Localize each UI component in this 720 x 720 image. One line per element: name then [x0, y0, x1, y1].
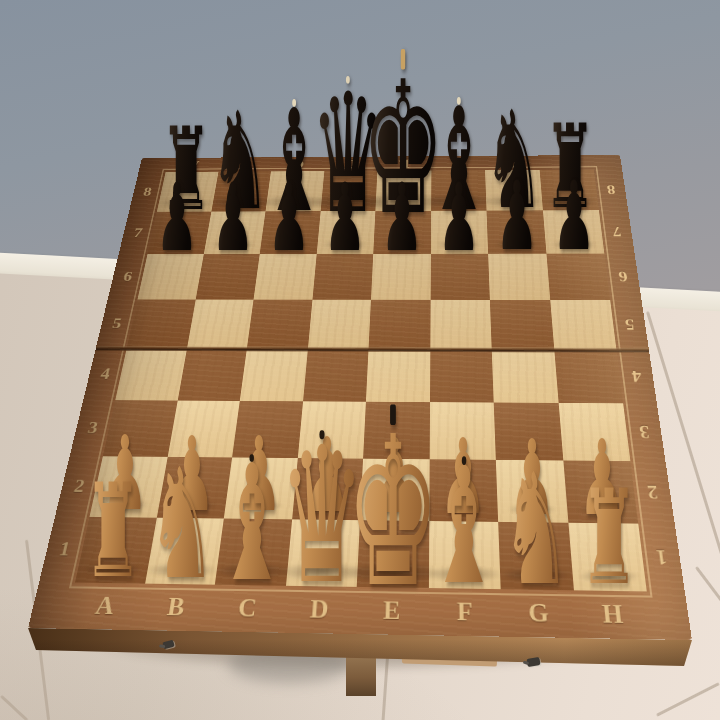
- piece-finial: [390, 404, 396, 425]
- rank-label: 4: [99, 364, 113, 383]
- square-e5[interactable]: [369, 300, 431, 349]
- rank-label: 6: [122, 268, 134, 285]
- rank-label: 2: [645, 480, 659, 503]
- square-h5[interactable]: [550, 300, 617, 350]
- rank-label: 4: [630, 366, 642, 386]
- piece-black-pawn-d7[interactable]: ♟: [324, 170, 366, 264]
- piece-finial: [249, 453, 253, 462]
- rank-label: 3: [637, 421, 650, 443]
- square-b4[interactable]: [177, 348, 247, 401]
- rank-label: 6: [617, 268, 628, 285]
- piece-finial: [320, 430, 325, 439]
- rank-label: 5: [623, 315, 635, 334]
- piece-black-pawn-g7[interactable]: ♟: [495, 169, 538, 264]
- square-h4[interactable]: [554, 350, 623, 404]
- rank-label: 1: [654, 545, 668, 570]
- piece-black-pawn-e7[interactable]: ♟: [381, 170, 423, 264]
- piece-black-pawn-c7[interactable]: ♟: [268, 170, 310, 264]
- piece-black-pawn-a7[interactable]: ♟: [156, 170, 198, 264]
- square-c5[interactable]: [247, 300, 312, 349]
- rank-label: 8: [606, 182, 616, 197]
- piece-white-knight-b1[interactable]: ♞: [147, 449, 216, 601]
- piece-finial: [292, 99, 296, 107]
- scene: ABCDEFGH ABCDEFGH 87654321 87654321 ♜♞♝♛…: [0, 0, 720, 720]
- square-c4[interactable]: [240, 348, 308, 401]
- piece-black-pawn-h7[interactable]: ♟: [553, 168, 596, 263]
- piece-finial: [401, 49, 406, 69]
- piece-white-king-e1[interactable]: ♚: [346, 408, 440, 615]
- square-b5[interactable]: [187, 300, 254, 349]
- piece-finial: [457, 97, 461, 105]
- piece-white-rook-h1[interactable]: ♜: [579, 472, 638, 603]
- rank-label: 7: [611, 223, 622, 239]
- rank-label: 7: [132, 225, 144, 241]
- square-g5[interactable]: [490, 300, 554, 350]
- square-a5[interactable]: [127, 299, 196, 348]
- piece-white-knight-g1[interactable]: ♞: [501, 453, 570, 607]
- square-d5[interactable]: [308, 300, 371, 349]
- square-g4[interactable]: [492, 349, 559, 403]
- piece-white-bishop-f1[interactable]: ♝: [428, 446, 501, 607]
- piece-white-bishop-c1[interactable]: ♝: [216, 443, 288, 603]
- rank-label: 5: [111, 314, 124, 332]
- rank-label: 3: [86, 417, 100, 438]
- square-f5[interactable]: [430, 300, 492, 350]
- piece-finial: [462, 455, 466, 464]
- piece-black-pawn-f7[interactable]: ♟: [438, 170, 480, 264]
- piece-white-rook-a1[interactable]: ♜: [83, 466, 142, 596]
- rank-label: 1: [57, 537, 73, 561]
- rank-label: 8: [142, 184, 153, 199]
- square-a4[interactable]: [115, 348, 186, 401]
- piece-finial: [347, 76, 351, 83]
- piece-black-pawn-b7[interactable]: ♟: [212, 170, 254, 264]
